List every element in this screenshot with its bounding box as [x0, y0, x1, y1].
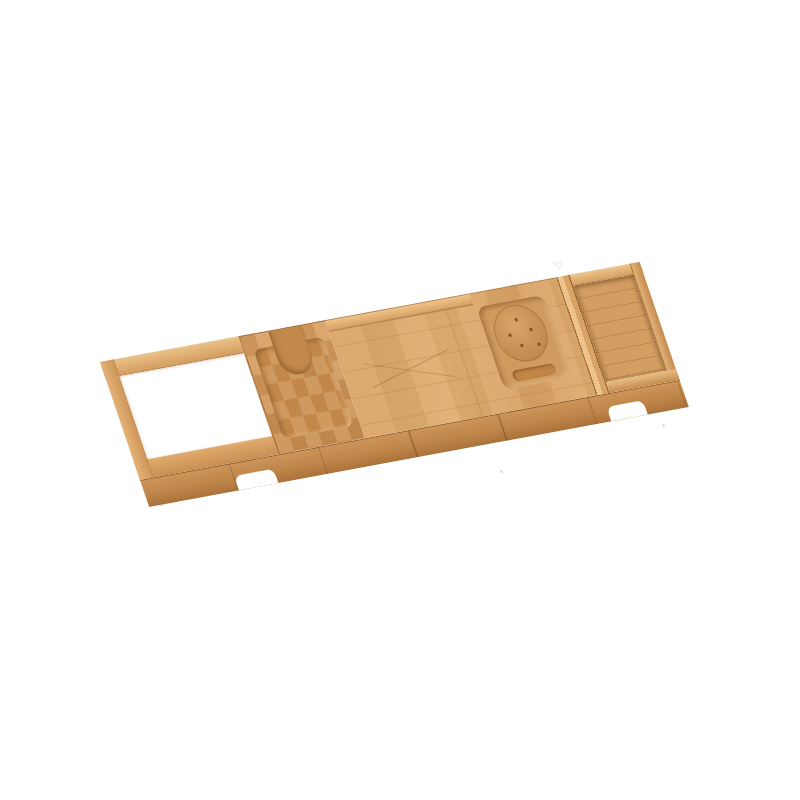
photo-artifact-triangle: ◁ [552, 257, 563, 270]
drain-hole [529, 328, 533, 332]
soap-drain-dish [486, 301, 555, 366]
deck-scratch-mark [364, 364, 455, 377]
deck-plank-seam [446, 310, 483, 417]
soap-dish-recess [477, 295, 572, 390]
product-photo-canvas: ◁ ◁ ⌄ [0, 0, 800, 800]
accessory-slot [511, 363, 557, 382]
drain-hole [537, 342, 541, 346]
drain-hole [514, 318, 518, 322]
tub-edge-notch-left [234, 469, 278, 491]
photo-artifact-smudge [500, 470, 503, 473]
bathtub-caddy-tray [100, 262, 689, 507]
drain-hole [508, 333, 512, 337]
deck-scratch-mark [373, 349, 448, 388]
drain-hole [520, 344, 524, 348]
tub-edge-notch-right [606, 400, 647, 421]
photo-artifact-smudge [662, 424, 665, 427]
